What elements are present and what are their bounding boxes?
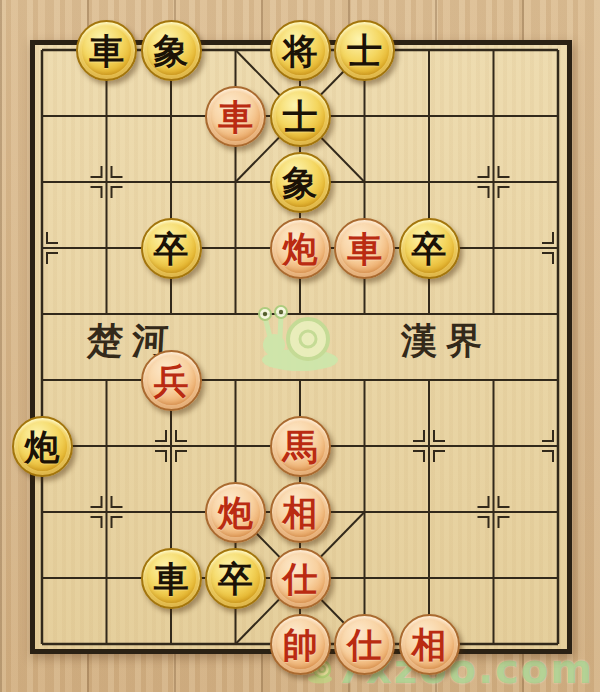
piece-glyph: 炮	[218, 495, 253, 530]
piece-black-advisor[interactable]: 士	[334, 20, 395, 81]
piece-black-soldier[interactable]: 卒	[399, 218, 460, 279]
piece-glyph: 車	[154, 561, 189, 596]
piece-red-elephant[interactable]: 相	[270, 482, 331, 543]
piece-glyph: 士	[283, 99, 318, 134]
piece-glyph: 相	[412, 627, 447, 662]
piece-red-cannon[interactable]: 炮	[205, 482, 266, 543]
piece-glyph: 仕	[347, 627, 382, 662]
piece-glyph: 士	[347, 33, 382, 68]
piece-black-elephant[interactable]: 象	[270, 152, 331, 213]
piece-black-chariot[interactable]: 車	[76, 20, 137, 81]
piece-black-cannon[interactable]: 炮	[12, 416, 73, 477]
pieces-layer: 車象将士車士象卒炮車卒兵炮馬炮相車卒仕帥仕相	[10, 17, 591, 677]
piece-glyph: 象	[283, 165, 318, 200]
piece-glyph: 卒	[218, 561, 253, 596]
piece-glyph: 仕	[283, 561, 318, 596]
piece-glyph: 炮	[283, 231, 318, 266]
piece-glyph: 帥	[283, 627, 318, 662]
piece-black-soldier[interactable]: 卒	[141, 218, 202, 279]
piece-glyph: 相	[283, 495, 318, 530]
piece-red-advisor[interactable]: 仕	[334, 614, 395, 675]
piece-glyph: 炮	[25, 429, 60, 464]
piece-glyph: 兵	[154, 363, 189, 398]
piece-glyph: 車	[89, 33, 124, 68]
piece-red-chariot[interactable]: 車	[205, 86, 266, 147]
piece-glyph: 車	[347, 231, 382, 266]
piece-black-soldier[interactable]: 卒	[205, 548, 266, 609]
piece-glyph: 卒	[412, 231, 447, 266]
piece-red-advisor[interactable]: 仕	[270, 548, 331, 609]
piece-glyph: 象	[154, 33, 189, 68]
piece-glyph: 馬	[283, 429, 318, 464]
piece-black-chariot[interactable]: 車	[141, 548, 202, 609]
piece-glyph: 卒	[154, 231, 189, 266]
piece-red-elephant[interactable]: 相	[399, 614, 460, 675]
piece-black-general[interactable]: 将	[270, 20, 331, 81]
piece-black-elephant[interactable]: 象	[141, 20, 202, 81]
piece-glyph: 将	[283, 33, 318, 68]
xiangqi-board: 楚河 漢界 車象将士車士象卒炮車卒兵炮馬炮相車卒仕帥仕相	[30, 40, 572, 654]
piece-black-advisor[interactable]: 士	[270, 86, 331, 147]
piece-red-cannon[interactable]: 炮	[270, 218, 331, 279]
piece-red-general[interactable]: 帥	[270, 614, 331, 675]
piece-glyph: 車	[218, 99, 253, 134]
piece-red-horse[interactable]: 馬	[270, 416, 331, 477]
piece-red-soldier[interactable]: 兵	[141, 350, 202, 411]
piece-red-chariot[interactable]: 車	[334, 218, 395, 279]
